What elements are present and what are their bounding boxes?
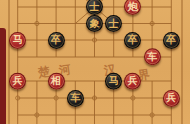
piece-black-chariot-d6[interactable]: 车 [67, 90, 84, 107]
xiangqi-board: 楚河汉界 士炮象士马卒卒卒车兵相马兵车兵 [0, 0, 190, 124]
piece-black-soldier-g3[interactable]: 卒 [124, 32, 141, 49]
left-edge-panel [0, 28, 6, 124]
piece-red-soldier-i6[interactable]: 兵 [163, 90, 180, 107]
piece-black-advisor-f2[interactable]: 士 [105, 15, 122, 32]
piece-black-elephant-e2[interactable]: 象 [86, 15, 103, 32]
piece-red-soldier-g5[interactable]: 兵 [124, 73, 141, 90]
piece-black-soldier-c3[interactable]: 卒 [48, 32, 65, 49]
piece-red-elephant-c5[interactable]: 相 [48, 73, 65, 90]
piece-black-advisor-e1[interactable]: 士 [86, 0, 103, 15]
pieces-layer: 士炮象士马卒卒卒车兵相马兵车兵 [8, 0, 181, 124]
piece-red-horse-a3[interactable]: 马 [9, 32, 26, 49]
piece-black-soldier-i3[interactable]: 卒 [163, 32, 180, 49]
piece-black-horse-f5[interactable]: 马 [105, 73, 122, 90]
piece-red-soldier-a5[interactable]: 兵 [9, 73, 26, 90]
piece-red-cannon-g1[interactable]: 炮 [124, 0, 141, 15]
piece-red-chariot-h4[interactable]: 车 [144, 49, 161, 66]
